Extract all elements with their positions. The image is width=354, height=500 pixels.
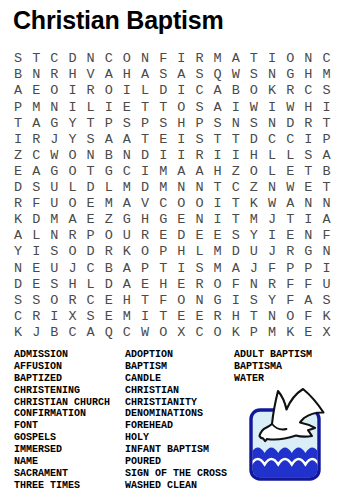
grid-cell[interactable]: U bbox=[45, 196, 63, 212]
grid-cell[interactable]: G bbox=[100, 164, 118, 180]
grid-cell[interactable]: L bbox=[263, 148, 281, 164]
grid-cell[interactable]: B bbox=[100, 148, 118, 164]
grid-cell[interactable]: S bbox=[45, 276, 63, 292]
grid-cell[interactable]: S bbox=[227, 228, 245, 244]
grid-cell[interactable]: T bbox=[227, 131, 245, 147]
grid-cell[interactable]: G bbox=[299, 244, 317, 260]
grid-cell[interactable]: P bbox=[100, 115, 118, 131]
grid-cell[interactable]: O bbox=[209, 325, 227, 341]
grid-cell[interactable]: M bbox=[209, 51, 227, 67]
grid-cell[interactable]: I bbox=[172, 131, 190, 147]
grid-cell[interactable]: C bbox=[118, 325, 136, 341]
grid-cell[interactable]: S bbox=[27, 292, 45, 308]
grid-cell[interactable]: Y bbox=[63, 131, 81, 147]
grid-cell[interactable]: E bbox=[27, 83, 45, 99]
grid-cell[interactable]: I bbox=[27, 244, 45, 260]
grid-cell[interactable]: N bbox=[263, 309, 281, 325]
grid-cell[interactable]: N bbox=[317, 244, 335, 260]
grid-cell[interactable]: N bbox=[190, 292, 208, 308]
grid-cell[interactable]: N bbox=[172, 180, 190, 196]
grid-cell[interactable]: R bbox=[136, 228, 154, 244]
grid-cell[interactable]: W bbox=[136, 325, 154, 341]
grid-cell[interactable]: S bbox=[118, 115, 136, 131]
grid-cell[interactable]: S bbox=[299, 148, 317, 164]
grid-cell[interactable]: T bbox=[82, 115, 100, 131]
grid-cell[interactable]: O bbox=[100, 83, 118, 99]
grid-cell[interactable]: L bbox=[281, 148, 299, 164]
grid-cell[interactable]: G bbox=[281, 67, 299, 83]
grid-cell[interactable]: P bbox=[136, 260, 154, 276]
grid-cell[interactable]: V bbox=[136, 196, 154, 212]
grid-cell[interactable]: W bbox=[227, 67, 245, 83]
grid-cell[interactable]: H bbox=[299, 99, 317, 115]
grid-cell[interactable]: O bbox=[100, 228, 118, 244]
grid-cell[interactable]: S bbox=[190, 260, 208, 276]
grid-cell[interactable]: I bbox=[9, 131, 27, 147]
grid-cell[interactable]: T bbox=[227, 196, 245, 212]
grid-cell[interactable]: C bbox=[45, 51, 63, 67]
grid-cell[interactable]: T bbox=[154, 309, 172, 325]
grid-cell[interactable]: A bbox=[172, 67, 190, 83]
grid-cell[interactable]: A bbox=[227, 51, 245, 67]
grid-cell[interactable]: K bbox=[245, 196, 263, 212]
grid-cell[interactable]: D bbox=[281, 115, 299, 131]
grid-cell[interactable]: D bbox=[82, 180, 100, 196]
grid-cell[interactable]: N bbox=[118, 148, 136, 164]
grid-cell[interactable]: H bbox=[118, 292, 136, 308]
grid-cell[interactable]: K bbox=[9, 212, 27, 228]
grid-cell[interactable]: C bbox=[82, 292, 100, 308]
grid-cell[interactable]: N bbox=[299, 51, 317, 67]
grid-cell[interactable]: D bbox=[154, 83, 172, 99]
grid-cell[interactable]: P bbox=[9, 99, 27, 115]
grid-cell[interactable]: D bbox=[82, 244, 100, 260]
grid-cell[interactable]: S bbox=[209, 115, 227, 131]
grid-cell[interactable]: X bbox=[63, 309, 81, 325]
grid-cell[interactable]: O bbox=[172, 196, 190, 212]
grid-cell[interactable]: D bbox=[9, 276, 27, 292]
grid-cell[interactable]: U bbox=[118, 228, 136, 244]
grid-cell[interactable]: T bbox=[245, 309, 263, 325]
grid-cell[interactable]: A bbox=[100, 131, 118, 147]
grid-cell[interactable]: H bbox=[245, 148, 263, 164]
grid-cell[interactable]: I bbox=[299, 212, 317, 228]
grid-cell[interactable]: E bbox=[172, 212, 190, 228]
grid-cell[interactable]: I bbox=[118, 83, 136, 99]
grid-cell[interactable]: D bbox=[136, 180, 154, 196]
grid-cell[interactable]: E bbox=[136, 276, 154, 292]
grid-cell[interactable]: I bbox=[263, 99, 281, 115]
grid-cell[interactable]: U bbox=[45, 260, 63, 276]
grid-cell[interactable]: N bbox=[263, 180, 281, 196]
grid-cell[interactable]: I bbox=[45, 309, 63, 325]
grid-cell[interactable]: M bbox=[154, 164, 172, 180]
grid-cell[interactable]: L bbox=[263, 164, 281, 180]
grid-cell[interactable]: Y bbox=[263, 292, 281, 308]
grid-cell[interactable]: D bbox=[63, 51, 81, 67]
grid-cell[interactable]: S bbox=[27, 180, 45, 196]
grid-cell[interactable]: P bbox=[317, 131, 335, 147]
grid-cell[interactable]: R bbox=[190, 148, 208, 164]
grid-cell[interactable]: N bbox=[317, 196, 335, 212]
grid-cell[interactable]: W bbox=[281, 99, 299, 115]
grid-cell[interactable]: G bbox=[209, 292, 227, 308]
grid-cell[interactable]: I bbox=[154, 148, 172, 164]
grid-cell[interactable]: I bbox=[263, 228, 281, 244]
grid-cell[interactable]: T bbox=[154, 99, 172, 115]
grid-cell[interactable]: A bbox=[190, 164, 208, 180]
grid-cell[interactable]: O bbox=[45, 292, 63, 308]
grid-cell[interactable]: R bbox=[190, 276, 208, 292]
grid-cell[interactable]: O bbox=[281, 309, 299, 325]
grid-cell[interactable]: S bbox=[245, 115, 263, 131]
grid-cell[interactable]: H bbox=[154, 276, 172, 292]
grid-cell[interactable]: P bbox=[82, 228, 100, 244]
grid-cell[interactable]: F bbox=[317, 228, 335, 244]
grid-cell[interactable]: Q bbox=[100, 325, 118, 341]
grid-cell[interactable]: E bbox=[190, 309, 208, 325]
grid-cell[interactable]: F bbox=[299, 309, 317, 325]
grid-cell[interactable]: I bbox=[209, 148, 227, 164]
grid-cell[interactable]: N bbox=[190, 212, 208, 228]
grid-cell[interactable]: I bbox=[227, 148, 245, 164]
grid-cell[interactable]: S bbox=[9, 51, 27, 67]
grid-cell[interactable]: L bbox=[100, 180, 118, 196]
grid-cell[interactable]: I bbox=[100, 99, 118, 115]
grid-cell[interactable]: H bbox=[172, 244, 190, 260]
grid-cell[interactable]: A bbox=[82, 325, 100, 341]
grid-cell[interactable]: B bbox=[317, 164, 335, 180]
grid-cell[interactable]: R bbox=[209, 309, 227, 325]
grid-cell[interactable]: A bbox=[100, 67, 118, 83]
grid-cell[interactable]: L bbox=[82, 276, 100, 292]
grid-cell[interactable]: G bbox=[45, 164, 63, 180]
grid-cell[interactable]: M bbox=[209, 260, 227, 276]
grid-cell[interactable]: A bbox=[227, 260, 245, 276]
grid-cell[interactable]: B bbox=[100, 260, 118, 276]
grid-cell[interactable]: P bbox=[299, 260, 317, 276]
grid-cell[interactable]: N bbox=[136, 51, 154, 67]
grid-cell[interactable]: C bbox=[227, 180, 245, 196]
grid-cell[interactable]: C bbox=[190, 325, 208, 341]
grid-cell[interactable]: G bbox=[154, 212, 172, 228]
grid-cell[interactable]: E bbox=[209, 228, 227, 244]
grid-cell[interactable]: I bbox=[227, 99, 245, 115]
grid-cell[interactable]: D bbox=[245, 131, 263, 147]
grid-cell[interactable]: F bbox=[227, 276, 245, 292]
grid-cell[interactable]: H bbox=[136, 212, 154, 228]
grid-cell[interactable]: G bbox=[45, 115, 63, 131]
grid-cell[interactable]: N bbox=[45, 99, 63, 115]
grid-cell[interactable]: S bbox=[154, 67, 172, 83]
grid-cell[interactable]: H bbox=[299, 67, 317, 83]
grid-cell[interactable]: T bbox=[281, 212, 299, 228]
grid-cell[interactable]: O bbox=[63, 196, 81, 212]
grid-cell[interactable]: L bbox=[136, 83, 154, 99]
grid-cell[interactable]: C bbox=[154, 196, 172, 212]
grid-cell[interactable]: E bbox=[100, 309, 118, 325]
grid-cell[interactable]: A bbox=[281, 196, 299, 212]
grid-cell[interactable]: E bbox=[27, 276, 45, 292]
grid-cell[interactable]: E bbox=[281, 164, 299, 180]
grid-cell[interactable]: A bbox=[317, 148, 335, 164]
grid-cell[interactable]: E bbox=[299, 180, 317, 196]
grid-cell[interactable]: T bbox=[27, 51, 45, 67]
grid-cell[interactable]: M bbox=[100, 196, 118, 212]
grid-cell[interactable]: D bbox=[136, 148, 154, 164]
grid-cell[interactable]: I bbox=[136, 309, 154, 325]
grid-cell[interactable]: R bbox=[63, 228, 81, 244]
grid-cell[interactable]: A bbox=[317, 212, 335, 228]
grid-cell[interactable]: S bbox=[82, 309, 100, 325]
grid-cell[interactable]: H bbox=[63, 276, 81, 292]
grid-cell[interactable]: K bbox=[263, 83, 281, 99]
grid-cell[interactable]: T bbox=[317, 180, 335, 196]
grid-cell[interactable]: O bbox=[45, 83, 63, 99]
grid-cell[interactable]: A bbox=[9, 83, 27, 99]
grid-cell[interactable]: T bbox=[317, 115, 335, 131]
grid-cell[interactable]: E bbox=[118, 99, 136, 115]
grid-cell[interactable]: C bbox=[82, 260, 100, 276]
grid-cell[interactable]: R bbox=[82, 83, 100, 99]
grid-cell[interactable]: C bbox=[118, 164, 136, 180]
grid-cell[interactable]: A bbox=[299, 292, 317, 308]
grid-cell[interactable]: U bbox=[45, 180, 63, 196]
grid-cell[interactable]: B bbox=[45, 325, 63, 341]
grid-cell[interactable]: K bbox=[317, 309, 335, 325]
grid-cell[interactable]: J bbox=[45, 131, 63, 147]
grid-cell[interactable]: O bbox=[190, 196, 208, 212]
grid-cell[interactable]: N bbox=[299, 228, 317, 244]
grid-cell[interactable]: A bbox=[63, 212, 81, 228]
grid-cell[interactable]: E bbox=[172, 309, 190, 325]
grid-cell[interactable]: B bbox=[9, 67, 27, 83]
grid-cell[interactable]: T bbox=[227, 212, 245, 228]
grid-cell[interactable]: C bbox=[27, 148, 45, 164]
grid-cell[interactable]: Y bbox=[63, 115, 81, 131]
grid-cell[interactable]: Q bbox=[209, 67, 227, 83]
grid-cell[interactable]: F bbox=[281, 276, 299, 292]
grid-cell[interactable]: I bbox=[172, 83, 190, 99]
grid-cell[interactable]: E bbox=[154, 228, 172, 244]
grid-cell[interactable]: R bbox=[63, 292, 81, 308]
grid-cell[interactable]: J bbox=[27, 325, 45, 341]
grid-cell[interactable]: R bbox=[27, 131, 45, 147]
grid-cell[interactable]: J bbox=[63, 260, 81, 276]
grid-cell[interactable]: R bbox=[281, 244, 299, 260]
grid-cell[interactable]: S bbox=[82, 131, 100, 147]
grid-cell[interactable]: T bbox=[136, 131, 154, 147]
grid-cell[interactable]: D bbox=[172, 228, 190, 244]
grid-cell[interactable]: X bbox=[317, 325, 335, 341]
grid-cell[interactable]: H bbox=[63, 67, 81, 83]
grid-cell[interactable]: Y bbox=[245, 228, 263, 244]
grid-cell[interactable]: O bbox=[245, 83, 263, 99]
grid-cell[interactable]: F bbox=[281, 292, 299, 308]
grid-cell[interactable]: W bbox=[281, 180, 299, 196]
grid-cell[interactable]: A bbox=[118, 131, 136, 147]
grid-cell[interactable]: T bbox=[136, 292, 154, 308]
grid-cell[interactable]: T bbox=[136, 99, 154, 115]
grid-cell[interactable]: O bbox=[63, 244, 81, 260]
grid-cell[interactable]: L bbox=[63, 180, 81, 196]
grid-cell[interactable]: N bbox=[263, 67, 281, 83]
grid-cell[interactable]: O bbox=[63, 164, 81, 180]
grid-cell[interactable]: Z bbox=[227, 164, 245, 180]
grid-cell[interactable]: N bbox=[27, 67, 45, 83]
grid-cell[interactable]: H bbox=[209, 164, 227, 180]
grid-cell[interactable]: R bbox=[27, 309, 45, 325]
grid-cell[interactable]: Z bbox=[9, 148, 27, 164]
grid-cell[interactable]: N bbox=[82, 148, 100, 164]
grid-cell[interactable]: W bbox=[263, 196, 281, 212]
grid-cell[interactable]: A bbox=[136, 67, 154, 83]
grid-cell[interactable]: J bbox=[263, 212, 281, 228]
grid-cell[interactable]: N bbox=[190, 180, 208, 196]
grid-cell[interactable]: T bbox=[299, 164, 317, 180]
grid-cell[interactable]: A bbox=[118, 260, 136, 276]
grid-cell[interactable]: X bbox=[172, 325, 190, 341]
grid-cell[interactable]: I bbox=[63, 99, 81, 115]
grid-cell[interactable]: O bbox=[245, 164, 263, 180]
grid-cell[interactable]: T bbox=[154, 260, 172, 276]
grid-cell[interactable]: A bbox=[172, 164, 190, 180]
grid-cell[interactable]: M bbox=[245, 212, 263, 228]
grid-cell[interactable]: R bbox=[190, 51, 208, 67]
grid-cell[interactable]: E bbox=[281, 228, 299, 244]
grid-cell[interactable]: N bbox=[82, 51, 100, 67]
grid-cell[interactable]: A bbox=[9, 228, 27, 244]
grid-cell[interactable]: N bbox=[9, 260, 27, 276]
grid-cell[interactable]: B bbox=[227, 83, 245, 99]
grid-cell[interactable]: I bbox=[172, 148, 190, 164]
grid-cell[interactable]: E bbox=[190, 228, 208, 244]
grid-cell[interactable]: E bbox=[100, 292, 118, 308]
grid-cell[interactable]: Z bbox=[245, 180, 263, 196]
grid-cell[interactable]: N bbox=[227, 115, 245, 131]
grid-cell[interactable]: G bbox=[118, 212, 136, 228]
grid-cell[interactable]: D bbox=[100, 276, 118, 292]
grid-cell[interactable]: P bbox=[136, 115, 154, 131]
grid-cell[interactable]: O bbox=[172, 292, 190, 308]
grid-cell[interactable]: A bbox=[118, 276, 136, 292]
grid-cell[interactable]: P bbox=[154, 244, 172, 260]
grid-cell[interactable]: P bbox=[190, 115, 208, 131]
grid-cell[interactable]: M bbox=[27, 99, 45, 115]
grid-cell[interactable]: C bbox=[100, 51, 118, 67]
grid-cell[interactable]: C bbox=[317, 51, 335, 67]
grid-cell[interactable]: E bbox=[82, 196, 100, 212]
grid-cell[interactable]: K bbox=[118, 244, 136, 260]
grid-cell[interactable]: O bbox=[154, 325, 172, 341]
grid-cell[interactable]: R bbox=[45, 67, 63, 83]
grid-cell[interactable]: S bbox=[190, 131, 208, 147]
grid-cell[interactable]: E bbox=[299, 325, 317, 341]
grid-cell[interactable]: F bbox=[27, 196, 45, 212]
grid-cell[interactable]: R bbox=[281, 83, 299, 99]
grid-cell[interactable]: I bbox=[209, 212, 227, 228]
grid-cell[interactable]: I bbox=[263, 51, 281, 67]
grid-cell[interactable]: S bbox=[317, 292, 335, 308]
grid-cell[interactable]: F bbox=[263, 260, 281, 276]
grid-cell[interactable]: E bbox=[9, 164, 27, 180]
grid-cell[interactable]: U bbox=[317, 276, 335, 292]
grid-cell[interactable]: S bbox=[9, 292, 27, 308]
grid-cell[interactable]: R bbox=[263, 276, 281, 292]
grid-cell[interactable]: T bbox=[82, 164, 100, 180]
grid-cell[interactable]: E bbox=[172, 276, 190, 292]
grid-cell[interactable]: A bbox=[27, 164, 45, 180]
grid-cell[interactable]: M bbox=[317, 67, 335, 83]
grid-cell[interactable]: T bbox=[9, 115, 27, 131]
grid-cell[interactable]: A bbox=[118, 196, 136, 212]
grid-cell[interactable]: T bbox=[209, 131, 227, 147]
grid-cell[interactable]: C bbox=[263, 131, 281, 147]
grid-cell[interactable]: I bbox=[317, 260, 335, 276]
grid-cell[interactable]: Y bbox=[9, 244, 27, 260]
grid-cell[interactable]: R bbox=[299, 115, 317, 131]
grid-cell[interactable]: O bbox=[209, 276, 227, 292]
grid-cell[interactable]: F bbox=[299, 276, 317, 292]
grid-cell[interactable]: S bbox=[190, 99, 208, 115]
grid-cell[interactable]: H bbox=[227, 309, 245, 325]
grid-cell[interactable]: C bbox=[9, 309, 27, 325]
grid-cell[interactable]: L bbox=[82, 99, 100, 115]
grid-cell[interactable]: V bbox=[82, 67, 100, 83]
grid-cell[interactable]: A bbox=[27, 115, 45, 131]
grid-cell[interactable]: F bbox=[154, 51, 172, 67]
grid-cell[interactable]: D bbox=[27, 212, 45, 228]
grid-cell[interactable]: E bbox=[82, 212, 100, 228]
grid-cell[interactable]: I bbox=[172, 51, 190, 67]
grid-cell[interactable]: D bbox=[227, 244, 245, 260]
grid-cell[interactable]: J bbox=[245, 260, 263, 276]
grid-cell[interactable]: U bbox=[245, 244, 263, 260]
grid-cell[interactable]: M bbox=[45, 212, 63, 228]
grid-cell[interactable]: R bbox=[9, 196, 27, 212]
grid-cell[interactable]: I bbox=[172, 260, 190, 276]
grid-cell[interactable]: K bbox=[9, 325, 27, 341]
grid-cell[interactable]: E bbox=[27, 260, 45, 276]
grid-cell[interactable]: O bbox=[118, 51, 136, 67]
grid-cell[interactable]: N bbox=[245, 276, 263, 292]
grid-cell[interactable]: P bbox=[245, 325, 263, 341]
grid-cell[interactable]: M bbox=[154, 180, 172, 196]
grid-cell[interactable]: O bbox=[136, 244, 154, 260]
grid-cell[interactable]: A bbox=[209, 83, 227, 99]
grid-cell[interactable]: C bbox=[299, 83, 317, 99]
grid-cell[interactable]: E bbox=[154, 131, 172, 147]
grid-cell[interactable]: P bbox=[281, 260, 299, 276]
grid-cell[interactable]: S bbox=[45, 244, 63, 260]
grid-cell[interactable]: D bbox=[9, 180, 27, 196]
grid-cell[interactable]: T bbox=[209, 180, 227, 196]
grid-cell[interactable]: O bbox=[63, 148, 81, 164]
grid-cell[interactable]: W bbox=[245, 99, 263, 115]
grid-cell[interactable]: N bbox=[263, 115, 281, 131]
grid-cell[interactable]: M bbox=[118, 309, 136, 325]
grid-cell[interactable]: H bbox=[172, 115, 190, 131]
grid-cell[interactable]: S bbox=[245, 292, 263, 308]
grid-cell[interactable]: M bbox=[118, 180, 136, 196]
grid-cell[interactable]: M bbox=[209, 244, 227, 260]
grid-cell[interactable]: K bbox=[281, 325, 299, 341]
grid-cell[interactable]: C bbox=[190, 83, 208, 99]
grid-cell[interactable]: M bbox=[263, 325, 281, 341]
grid-cell[interactable]: C bbox=[281, 131, 299, 147]
grid-cell[interactable]: O bbox=[281, 51, 299, 67]
grid-cell[interactable]: I bbox=[63, 83, 81, 99]
